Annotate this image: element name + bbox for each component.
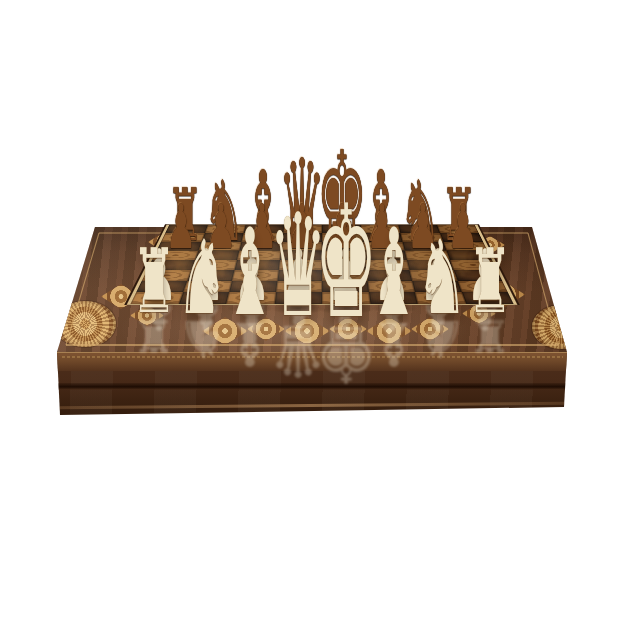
square-f6[interactable] bbox=[362, 242, 404, 251]
square-h1[interactable] bbox=[461, 292, 513, 304]
square-h3[interactable] bbox=[453, 270, 502, 281]
chess-board bbox=[127, 225, 518, 305]
box-bottom-rim bbox=[58, 402, 566, 409]
square-h8[interactable] bbox=[437, 225, 479, 233]
box-lid-top bbox=[0, 0, 640, 640]
square-e4[interactable] bbox=[322, 260, 366, 270]
square-c5[interactable] bbox=[237, 251, 281, 260]
square-e3[interactable] bbox=[322, 270, 367, 281]
square-b7[interactable] bbox=[201, 233, 243, 241]
square-g3[interactable] bbox=[409, 270, 457, 281]
square-b2[interactable] bbox=[183, 281, 232, 292]
square-g5[interactable] bbox=[405, 251, 450, 260]
square-a8[interactable] bbox=[165, 225, 207, 233]
square-h6[interactable] bbox=[443, 242, 488, 251]
square-d8[interactable] bbox=[283, 225, 322, 233]
square-a1[interactable] bbox=[131, 292, 183, 304]
square-a4[interactable] bbox=[147, 260, 194, 270]
square-b3[interactable] bbox=[187, 270, 235, 281]
square-d7[interactable] bbox=[282, 233, 322, 241]
square-e6[interactable] bbox=[322, 242, 363, 251]
square-a2[interactable] bbox=[136, 281, 187, 292]
square-a5[interactable] bbox=[152, 251, 198, 260]
square-e1[interactable] bbox=[322, 292, 370, 304]
square-g4[interactable] bbox=[407, 260, 453, 270]
square-c4[interactable] bbox=[235, 260, 280, 270]
square-h2[interactable] bbox=[457, 281, 508, 292]
square-d2[interactable] bbox=[276, 281, 322, 292]
square-c7[interactable] bbox=[242, 233, 283, 241]
square-g7[interactable] bbox=[400, 233, 442, 241]
square-b8[interactable] bbox=[204, 225, 245, 233]
lid-sheen bbox=[0, 0, 640, 640]
square-b6[interactable] bbox=[198, 242, 242, 251]
square-f3[interactable] bbox=[366, 270, 412, 281]
square-c2[interactable] bbox=[229, 281, 277, 292]
square-f7[interactable] bbox=[361, 233, 402, 241]
square-d4[interactable] bbox=[278, 260, 322, 270]
square-a7[interactable] bbox=[161, 233, 204, 241]
square-f2[interactable] bbox=[367, 281, 415, 292]
square-g6[interactable] bbox=[402, 242, 446, 251]
square-e7[interactable] bbox=[322, 233, 362, 241]
square-c8[interactable] bbox=[244, 225, 284, 233]
square-g1[interactable] bbox=[415, 292, 466, 304]
square-h5[interactable] bbox=[446, 251, 492, 260]
square-d5[interactable] bbox=[280, 251, 323, 260]
square-b5[interactable] bbox=[195, 251, 240, 260]
square-h4[interactable] bbox=[450, 260, 497, 270]
square-a6[interactable] bbox=[157, 242, 202, 251]
square-d3[interactable] bbox=[277, 270, 322, 281]
square-c3[interactable] bbox=[232, 270, 278, 281]
square-e2[interactable] bbox=[322, 281, 368, 292]
square-d6[interactable] bbox=[281, 242, 322, 251]
square-g2[interactable] bbox=[412, 281, 461, 292]
square-f4[interactable] bbox=[365, 260, 410, 270]
box-fold-seam bbox=[56, 383, 568, 390]
square-b1[interactable] bbox=[178, 292, 229, 304]
square-f5[interactable] bbox=[363, 251, 407, 260]
square-d1[interactable] bbox=[274, 292, 322, 304]
square-g8[interactable] bbox=[398, 225, 439, 233]
product-photo-scene: ♜♜♞♞♝♝♛♛♚♚♝♝♞♞♜♜♟♟♟♟♟♟♟♟♟♟♟♟♟♟♟♟♟♟♟♟♟♟♟♟… bbox=[0, 0, 640, 640]
square-c6[interactable] bbox=[239, 242, 281, 251]
square-a3[interactable] bbox=[142, 270, 191, 281]
square-b4[interactable] bbox=[191, 260, 237, 270]
square-f1[interactable] bbox=[368, 292, 417, 304]
square-e5[interactable] bbox=[322, 251, 365, 260]
square-e8[interactable] bbox=[322, 225, 361, 233]
square-c1[interactable] bbox=[226, 292, 275, 304]
square-h7[interactable] bbox=[440, 233, 483, 241]
square-f8[interactable] bbox=[360, 225, 400, 233]
lid-front-bevel bbox=[56, 352, 568, 371]
